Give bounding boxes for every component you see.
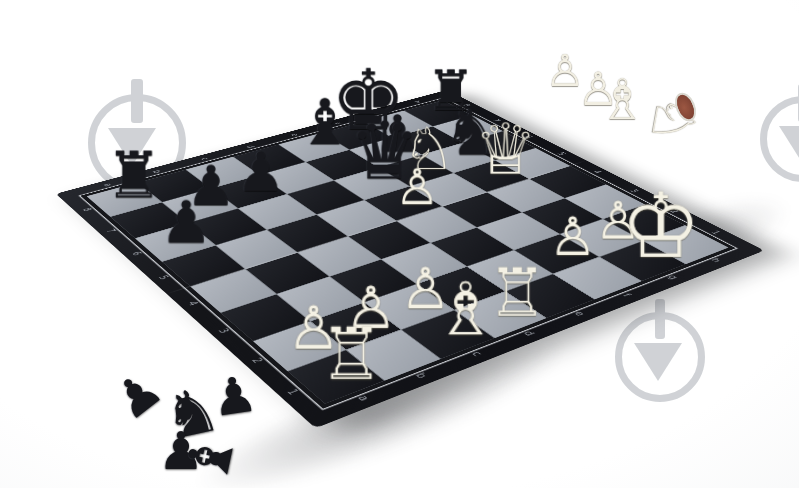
black-bishop-captured-fallen: ♝ (177, 426, 245, 488)
rank-label-west-5: 5 (155, 273, 173, 282)
file-label-south-h: h (707, 256, 725, 264)
rank-label-east-5: 5 (554, 151, 569, 157)
white-bishop-captured-standing: ♗ (597, 72, 647, 128)
white-rook-on-a1: ♖ (320, 318, 384, 390)
file-label-south-e: e (569, 309, 588, 319)
file-label-south-c: c (466, 349, 486, 360)
watermark-logo-icon (615, 312, 705, 402)
file-label-south-b: b (411, 370, 431, 381)
white-queen-on-g5: ♕ (474, 114, 537, 184)
white-pawn-on-f2: ♙ (550, 211, 597, 264)
rank-label-west-6: 6 (128, 250, 145, 258)
rank-label-west-3: 3 (214, 326, 233, 336)
rank-label-west-4: 4 (183, 299, 201, 308)
rank-label-east-1: 1 (707, 229, 725, 237)
rank-label-east-4: 4 (589, 169, 605, 176)
black-rook-on-a8: ♜ (105, 144, 162, 208)
white-bishop-on-c1: ♗ (432, 273, 497, 346)
black-pawn-on-c7: ♟ (236, 145, 285, 199)
file-label-south-a: a (352, 392, 373, 404)
file-label-south-g: g (663, 273, 682, 282)
rank-label-west-8: 8 (79, 206, 95, 213)
file-label-south-d: d (519, 328, 539, 338)
product-photo-stage: ♜♝♚♜♟♟♟♟♛♘♞♙♕♙♙♙♙♙♖♗♖♔ aa11bb22cc33dd44e… (0, 0, 799, 488)
file-label-south-f: f (617, 291, 636, 300)
black-bishop-on-e8: ♝ (297, 91, 353, 154)
rank-label-west-1: 1 (282, 386, 302, 398)
rank-label-west-7: 7 (102, 227, 118, 235)
black-pawn-captured-leaning: ♟ (209, 368, 260, 424)
white-king-on-g1: ♔ (621, 181, 702, 271)
black-pawn-on-a6: ♟ (160, 193, 212, 251)
square-b5 (216, 230, 297, 269)
white-pawn-on-e5: ♙ (395, 163, 439, 212)
